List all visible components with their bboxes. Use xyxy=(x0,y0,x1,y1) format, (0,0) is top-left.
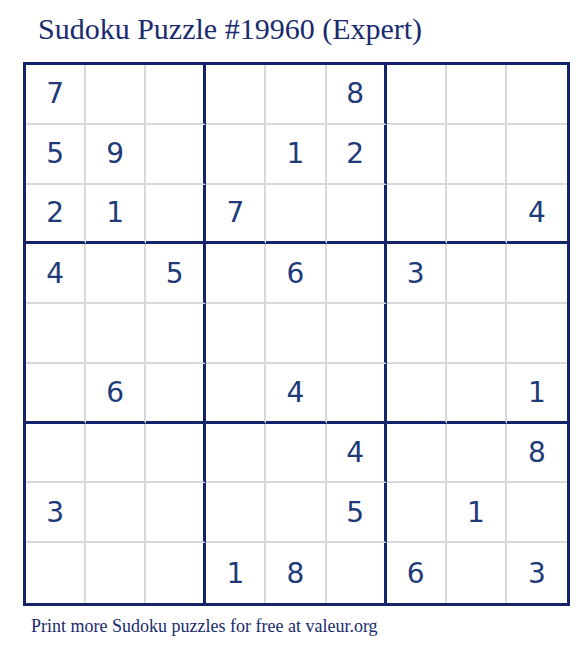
cell-r4c7: 3 xyxy=(387,244,447,304)
cell-r9c1 xyxy=(26,543,86,603)
cell-r8c5 xyxy=(266,483,326,543)
cell-r8c4 xyxy=(206,483,266,543)
cell-r2c1: 5 xyxy=(26,125,86,185)
cell-r9c9: 3 xyxy=(507,543,567,603)
footer-text: Print more Sudoku puzzles for free at va… xyxy=(31,613,378,639)
cell-r1c5 xyxy=(266,65,326,125)
cell-r3c9: 4 xyxy=(507,185,567,245)
cell-r6c5: 4 xyxy=(266,364,326,424)
cell-r1c2 xyxy=(86,65,146,125)
cell-r4c3: 5 xyxy=(146,244,206,304)
cell-r2c9 xyxy=(507,125,567,185)
cell-r3c5 xyxy=(266,185,326,245)
cell-r8c3 xyxy=(146,483,206,543)
cell-r1c1: 7 xyxy=(26,65,86,125)
cell-r3c2: 1 xyxy=(86,185,146,245)
cell-r6c8 xyxy=(447,364,507,424)
cell-r7c5 xyxy=(266,424,326,484)
cell-r9c7: 6 xyxy=(387,543,447,603)
cell-r8c2 xyxy=(86,483,146,543)
cell-r3c7 xyxy=(387,185,447,245)
cell-r8c9 xyxy=(507,483,567,543)
cell-r6c6 xyxy=(327,364,387,424)
cell-r1c9 xyxy=(507,65,567,125)
cell-r5c8 xyxy=(447,304,507,364)
cell-r3c4: 7 xyxy=(206,185,266,245)
cell-r6c1 xyxy=(26,364,86,424)
cell-r5c4 xyxy=(206,304,266,364)
cell-r9c8 xyxy=(447,543,507,603)
cell-r1c7 xyxy=(387,65,447,125)
sudoku-page: Sudoku Puzzle #19960 (Expert) 7859122174… xyxy=(0,0,580,651)
cell-r4c4 xyxy=(206,244,266,304)
cell-r4c1: 4 xyxy=(26,244,86,304)
cell-r2c4 xyxy=(206,125,266,185)
cell-r7c1 xyxy=(26,424,86,484)
cell-r8c6: 5 xyxy=(327,483,387,543)
cell-r2c6: 2 xyxy=(327,125,387,185)
cell-r4c2 xyxy=(86,244,146,304)
cell-r5c6 xyxy=(327,304,387,364)
cell-r2c8 xyxy=(447,125,507,185)
cell-r2c7 xyxy=(387,125,447,185)
cell-r3c8 xyxy=(447,185,507,245)
cell-r5c3 xyxy=(146,304,206,364)
cell-r6c7 xyxy=(387,364,447,424)
cell-r6c9: 1 xyxy=(507,364,567,424)
cell-r5c2 xyxy=(86,304,146,364)
cell-r7c2 xyxy=(86,424,146,484)
cell-r6c2: 6 xyxy=(86,364,146,424)
cell-r7c4 xyxy=(206,424,266,484)
cell-r9c6 xyxy=(327,543,387,603)
cell-r3c3 xyxy=(146,185,206,245)
cell-r7c8 xyxy=(447,424,507,484)
cell-r9c4: 1 xyxy=(206,543,266,603)
cell-r9c5: 8 xyxy=(266,543,326,603)
sudoku-board: 78591221744563641483511863 xyxy=(23,62,570,606)
cell-r6c3 xyxy=(146,364,206,424)
cell-r2c3 xyxy=(146,125,206,185)
cell-r5c1 xyxy=(26,304,86,364)
cell-r1c4 xyxy=(206,65,266,125)
cell-r8c1: 3 xyxy=(26,483,86,543)
cell-r6c4 xyxy=(206,364,266,424)
cell-r4c5: 6 xyxy=(266,244,326,304)
cell-r7c7 xyxy=(387,424,447,484)
cell-r5c7 xyxy=(387,304,447,364)
cell-r4c6 xyxy=(327,244,387,304)
cell-r2c2: 9 xyxy=(86,125,146,185)
cell-r1c6: 8 xyxy=(327,65,387,125)
cell-r7c6: 4 xyxy=(327,424,387,484)
cell-r7c9: 8 xyxy=(507,424,567,484)
cell-r7c3 xyxy=(146,424,206,484)
cell-r2c5: 1 xyxy=(266,125,326,185)
cell-r4c9 xyxy=(507,244,567,304)
cell-r1c3 xyxy=(146,65,206,125)
cell-r8c7 xyxy=(387,483,447,543)
cell-r9c3 xyxy=(146,543,206,603)
cell-r9c2 xyxy=(86,543,146,603)
cell-r5c9 xyxy=(507,304,567,364)
cell-r5c5 xyxy=(266,304,326,364)
page-title: Sudoku Puzzle #19960 (Expert) xyxy=(38,10,422,48)
cell-r3c6 xyxy=(327,185,387,245)
cell-r1c8 xyxy=(447,65,507,125)
cell-r4c8 xyxy=(447,244,507,304)
cell-r8c8: 1 xyxy=(447,483,507,543)
cell-r3c1: 2 xyxy=(26,185,86,245)
